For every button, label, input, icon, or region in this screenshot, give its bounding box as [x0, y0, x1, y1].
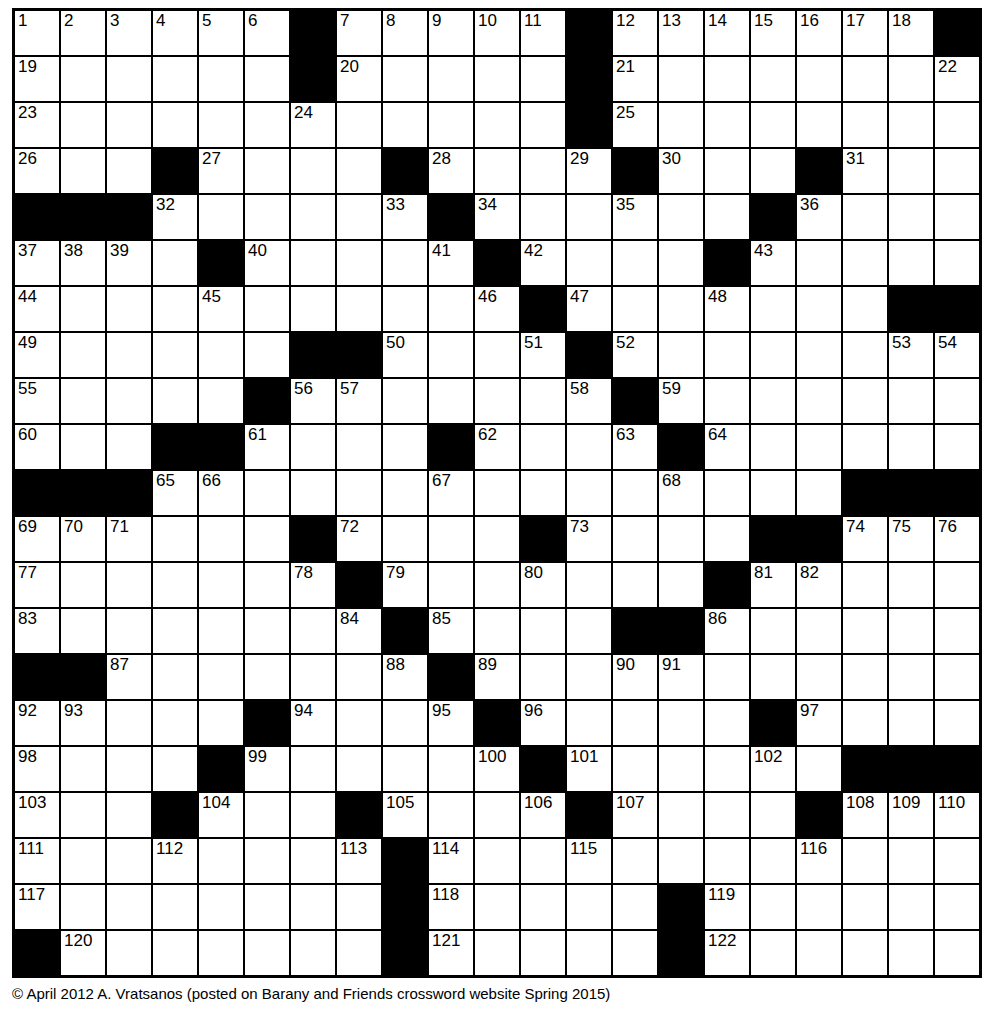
white-cell: 38 — [61, 241, 105, 285]
black-square — [843, 747, 887, 791]
white-cell: 86 — [705, 609, 749, 653]
black-square — [383, 885, 427, 929]
clue-number: 89 — [478, 655, 497, 675]
white-cell — [705, 517, 749, 561]
white-cell — [521, 931, 565, 975]
clue-number: 39 — [110, 241, 129, 261]
white-cell — [935, 701, 979, 745]
white-cell — [107, 425, 151, 469]
white-cell — [935, 563, 979, 607]
white-cell — [797, 471, 841, 515]
white-cell — [107, 103, 151, 147]
white-cell — [199, 655, 243, 699]
white-cell — [429, 563, 473, 607]
white-cell: 39 — [107, 241, 151, 285]
white-cell — [337, 287, 381, 331]
white-cell: 10 — [475, 11, 519, 55]
white-cell: 30 — [659, 149, 703, 193]
clue-number: 20 — [340, 57, 359, 77]
black-square — [889, 747, 933, 791]
white-cell: 13 — [659, 11, 703, 55]
clue-number: 3 — [110, 11, 119, 31]
white-cell — [383, 57, 427, 101]
clue-number: 52 — [616, 333, 635, 353]
white-cell: 120 — [61, 931, 105, 975]
white-cell — [889, 563, 933, 607]
white-cell: 53 — [889, 333, 933, 377]
white-cell — [291, 241, 335, 285]
white-cell: 74 — [843, 517, 887, 561]
white-cell — [429, 517, 473, 561]
white-cell — [475, 149, 519, 193]
black-square — [61, 195, 105, 239]
white-cell — [61, 885, 105, 929]
white-cell — [199, 609, 243, 653]
white-cell: 35 — [613, 195, 657, 239]
white-cell — [843, 333, 887, 377]
white-cell — [797, 885, 841, 929]
white-cell — [383, 747, 427, 791]
clue-number: 94 — [294, 701, 313, 721]
clue-number: 13 — [662, 11, 681, 31]
white-cell: 87 — [107, 655, 151, 699]
white-cell — [61, 563, 105, 607]
white-cell — [659, 563, 703, 607]
white-cell — [337, 425, 381, 469]
white-cell — [245, 839, 289, 883]
white-cell — [153, 655, 197, 699]
white-cell — [291, 609, 335, 653]
white-cell: 56 — [291, 379, 335, 423]
white-cell — [797, 747, 841, 791]
white-cell — [199, 103, 243, 147]
white-cell — [337, 149, 381, 193]
black-square — [15, 931, 59, 975]
white-cell — [567, 425, 611, 469]
white-cell — [383, 517, 427, 561]
clue-number: 56 — [294, 379, 313, 399]
white-cell — [889, 609, 933, 653]
white-cell — [705, 149, 749, 193]
clue-number: 14 — [708, 11, 727, 31]
clue-number: 60 — [18, 425, 37, 445]
white-cell — [843, 931, 887, 975]
clue-number: 42 — [524, 241, 543, 261]
clue-number: 99 — [248, 747, 267, 767]
white-cell: 77 — [15, 563, 59, 607]
white-cell — [613, 839, 657, 883]
white-cell — [291, 425, 335, 469]
white-cell — [245, 103, 289, 147]
clue-number: 34 — [478, 195, 497, 215]
clue-number: 63 — [616, 425, 635, 445]
clue-number: 111 — [18, 839, 44, 859]
clue-number: 85 — [432, 609, 451, 629]
white-cell — [475, 379, 519, 423]
white-cell — [659, 839, 703, 883]
white-cell — [843, 57, 887, 101]
white-cell: 18 — [889, 11, 933, 55]
white-cell — [521, 839, 565, 883]
black-square — [659, 885, 703, 929]
white-cell — [751, 839, 795, 883]
clue-number: 40 — [248, 241, 267, 261]
white-cell — [797, 609, 841, 653]
clue-number: 110 — [938, 793, 965, 813]
white-cell — [705, 701, 749, 745]
white-cell: 61 — [245, 425, 289, 469]
white-cell — [291, 885, 335, 929]
white-cell: 57 — [337, 379, 381, 423]
black-square — [429, 655, 473, 699]
clue-number: 8 — [386, 11, 395, 31]
clue-number: 83 — [18, 609, 37, 629]
white-cell — [107, 57, 151, 101]
white-cell — [567, 931, 611, 975]
white-cell — [797, 287, 841, 331]
white-cell — [521, 195, 565, 239]
black-square — [935, 747, 979, 791]
white-cell — [797, 931, 841, 975]
black-square — [337, 333, 381, 377]
black-square — [935, 471, 979, 515]
white-cell — [383, 471, 427, 515]
clue-number: 93 — [64, 701, 83, 721]
white-cell — [935, 885, 979, 929]
white-cell — [613, 701, 657, 745]
white-cell — [889, 701, 933, 745]
white-cell: 65 — [153, 471, 197, 515]
clue-number: 17 — [846, 11, 865, 31]
white-cell — [61, 149, 105, 193]
clue-number: 65 — [156, 471, 175, 491]
white-cell — [751, 425, 795, 469]
white-cell — [199, 885, 243, 929]
black-square — [291, 333, 335, 377]
white-cell — [889, 425, 933, 469]
white-cell — [337, 103, 381, 147]
clue-number: 121 — [432, 931, 460, 951]
white-cell: 99 — [245, 747, 289, 791]
clue-number: 106 — [524, 793, 552, 813]
white-cell: 2 — [61, 11, 105, 55]
white-cell — [935, 839, 979, 883]
black-square — [567, 793, 611, 837]
white-cell — [659, 793, 703, 837]
white-cell — [843, 885, 887, 929]
white-cell — [291, 195, 335, 239]
white-cell: 98 — [15, 747, 59, 791]
white-cell: 78 — [291, 563, 335, 607]
white-cell: 19 — [15, 57, 59, 101]
white-cell — [751, 655, 795, 699]
white-cell — [199, 517, 243, 561]
clue-number: 66 — [202, 471, 221, 491]
clue-number: 105 — [386, 793, 414, 813]
white-cell: 47 — [567, 287, 611, 331]
white-cell: 46 — [475, 287, 519, 331]
black-square — [659, 609, 703, 653]
black-square — [889, 471, 933, 515]
white-cell — [935, 609, 979, 653]
black-square — [383, 149, 427, 193]
white-cell — [521, 57, 565, 101]
clue-number: 11 — [524, 11, 542, 31]
white-cell: 22 — [935, 57, 979, 101]
white-cell: 52 — [613, 333, 657, 377]
white-cell — [429, 333, 473, 377]
white-cell — [429, 287, 473, 331]
clue-number: 92 — [18, 701, 37, 721]
clue-number: 50 — [386, 333, 405, 353]
white-cell — [153, 241, 197, 285]
white-cell — [61, 609, 105, 653]
black-square — [429, 425, 473, 469]
white-cell: 71 — [107, 517, 151, 561]
white-cell — [521, 609, 565, 653]
white-cell: 95 — [429, 701, 473, 745]
black-square — [199, 747, 243, 791]
clue-number: 113 — [340, 839, 367, 859]
white-cell: 9 — [429, 11, 473, 55]
white-cell — [705, 747, 749, 791]
white-cell — [245, 57, 289, 101]
white-cell — [61, 57, 105, 101]
white-cell: 23 — [15, 103, 59, 147]
clue-number: 102 — [754, 747, 782, 767]
clue-number: 82 — [800, 563, 819, 583]
black-square — [61, 655, 105, 699]
black-square — [705, 241, 749, 285]
clue-number: 68 — [662, 471, 681, 491]
white-cell: 17 — [843, 11, 887, 55]
clue-number: 57 — [340, 379, 359, 399]
white-cell — [429, 57, 473, 101]
white-cell — [107, 701, 151, 745]
white-cell — [383, 103, 427, 147]
black-square — [935, 287, 979, 331]
white-cell — [705, 379, 749, 423]
white-cell: 82 — [797, 563, 841, 607]
white-cell: 5 — [199, 11, 243, 55]
black-square — [797, 517, 841, 561]
white-cell — [567, 241, 611, 285]
white-cell — [429, 747, 473, 791]
clue-number: 21 — [616, 57, 635, 77]
white-cell: 58 — [567, 379, 611, 423]
clue-number: 90 — [616, 655, 635, 675]
white-cell: 113 — [337, 839, 381, 883]
white-cell — [797, 241, 841, 285]
white-cell — [245, 655, 289, 699]
white-cell: 55 — [15, 379, 59, 423]
white-cell — [889, 195, 933, 239]
black-square — [429, 195, 473, 239]
white-cell: 31 — [843, 149, 887, 193]
white-cell — [613, 471, 657, 515]
white-cell — [889, 241, 933, 285]
white-cell — [153, 563, 197, 607]
black-square — [705, 563, 749, 607]
black-square — [15, 195, 59, 239]
white-cell: 84 — [337, 609, 381, 653]
clue-number: 73 — [570, 517, 589, 537]
white-cell: 27 — [199, 149, 243, 193]
white-cell: 97 — [797, 701, 841, 745]
white-cell: 121 — [429, 931, 473, 975]
white-cell — [843, 287, 887, 331]
clue-number: 88 — [386, 655, 405, 675]
black-square — [383, 609, 427, 653]
white-cell — [613, 747, 657, 791]
clue-number: 48 — [708, 287, 727, 307]
white-cell — [153, 379, 197, 423]
black-square — [383, 839, 427, 883]
white-cell: 101 — [567, 747, 611, 791]
white-cell — [475, 471, 519, 515]
clue-number: 122 — [708, 931, 736, 951]
white-cell — [935, 195, 979, 239]
white-cell — [475, 103, 519, 147]
white-cell: 48 — [705, 287, 749, 331]
white-cell — [107, 931, 151, 975]
white-cell — [153, 57, 197, 101]
white-cell — [475, 885, 519, 929]
black-square — [751, 517, 795, 561]
white-cell: 36 — [797, 195, 841, 239]
white-cell — [751, 103, 795, 147]
white-cell — [153, 885, 197, 929]
white-cell — [61, 333, 105, 377]
white-cell — [521, 103, 565, 147]
white-cell: 94 — [291, 701, 335, 745]
black-square — [245, 701, 289, 745]
clue-number: 30 — [662, 149, 681, 169]
white-cell — [613, 517, 657, 561]
clue-number: 116 — [800, 839, 827, 859]
white-cell: 91 — [659, 655, 703, 699]
clue-number: 112 — [156, 839, 183, 859]
clue-number: 72 — [340, 517, 359, 537]
white-cell — [475, 931, 519, 975]
white-cell: 15 — [751, 11, 795, 55]
clue-number: 58 — [570, 379, 589, 399]
white-cell: 110 — [935, 793, 979, 837]
white-cell: 26 — [15, 149, 59, 193]
white-cell — [797, 379, 841, 423]
white-cell — [613, 241, 657, 285]
white-cell — [659, 103, 703, 147]
white-cell — [337, 747, 381, 791]
white-cell — [107, 287, 151, 331]
clue-number: 119 — [708, 885, 735, 905]
white-cell — [61, 425, 105, 469]
white-cell — [843, 241, 887, 285]
white-cell — [199, 563, 243, 607]
white-cell — [245, 517, 289, 561]
white-cell — [107, 885, 151, 929]
clue-number: 78 — [294, 563, 313, 583]
white-cell — [61, 287, 105, 331]
white-cell — [153, 701, 197, 745]
white-cell: 3 — [107, 11, 151, 55]
white-cell — [797, 425, 841, 469]
white-cell — [567, 195, 611, 239]
white-cell — [567, 471, 611, 515]
white-cell: 96 — [521, 701, 565, 745]
white-cell — [107, 747, 151, 791]
white-cell: 1 — [15, 11, 59, 55]
white-cell — [889, 885, 933, 929]
white-cell: 24 — [291, 103, 335, 147]
clue-number: 76 — [938, 517, 957, 537]
white-cell — [245, 287, 289, 331]
white-cell — [475, 57, 519, 101]
white-cell — [751, 609, 795, 653]
white-cell: 112 — [153, 839, 197, 883]
white-cell — [153, 287, 197, 331]
clue-number: 95 — [432, 701, 451, 721]
clue-number: 10 — [478, 11, 497, 31]
white-cell — [935, 103, 979, 147]
white-cell — [291, 287, 335, 331]
white-cell — [659, 57, 703, 101]
white-cell — [337, 241, 381, 285]
white-cell: 102 — [751, 747, 795, 791]
white-cell: 115 — [567, 839, 611, 883]
white-cell — [935, 379, 979, 423]
white-cell: 50 — [383, 333, 427, 377]
white-cell: 122 — [705, 931, 749, 975]
white-cell: 83 — [15, 609, 59, 653]
white-cell — [153, 103, 197, 147]
white-cell: 42 — [521, 241, 565, 285]
black-square — [521, 747, 565, 791]
white-cell — [245, 333, 289, 377]
clue-number: 107 — [616, 793, 644, 813]
white-cell — [245, 609, 289, 653]
white-cell — [705, 333, 749, 377]
white-cell — [107, 793, 151, 837]
white-cell — [889, 57, 933, 101]
white-cell — [153, 517, 197, 561]
white-cell — [337, 195, 381, 239]
white-cell: 66 — [199, 471, 243, 515]
crossword-grid: 1234567891011121314151617181920212223242… — [12, 8, 982, 978]
clue-number: 33 — [386, 195, 405, 215]
clue-number: 43 — [754, 241, 773, 261]
white-cell — [705, 471, 749, 515]
white-cell: 45 — [199, 287, 243, 331]
clue-number: 115 — [570, 839, 597, 859]
white-cell — [567, 563, 611, 607]
white-cell: 88 — [383, 655, 427, 699]
white-cell — [659, 517, 703, 561]
white-cell — [107, 379, 151, 423]
clue-number: 16 — [800, 11, 819, 31]
black-square — [15, 655, 59, 699]
white-cell: 20 — [337, 57, 381, 101]
white-cell: 33 — [383, 195, 427, 239]
white-cell — [475, 839, 519, 883]
white-cell — [751, 287, 795, 331]
white-cell — [61, 379, 105, 423]
clue-number: 36 — [800, 195, 819, 215]
white-cell: 59 — [659, 379, 703, 423]
white-cell: 81 — [751, 563, 795, 607]
white-cell — [659, 701, 703, 745]
white-cell — [705, 103, 749, 147]
